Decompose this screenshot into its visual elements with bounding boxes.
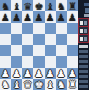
square-c7[interactable]: ♟ (11, 11, 22, 22)
sidebar-panel[interactable] (78, 18, 89, 43)
piece-white-bishop: ♝ (12, 80, 21, 90)
square-e1[interactable]: ♚ (33, 79, 44, 90)
panel-value-cell (84, 37, 87, 41)
piece-black-pawn: ♟ (35, 12, 44, 22)
square-g5[interactable] (56, 34, 67, 45)
piece-white-pawn: ♟ (57, 69, 66, 79)
square-g7[interactable]: ♟ (56, 11, 67, 22)
panel-value-cell (84, 21, 87, 25)
square-f7[interactable]: ♟ (45, 11, 56, 22)
piece-black-pawn: ♟ (23, 12, 32, 22)
square-b2[interactable]: ♟ (0, 68, 11, 79)
checkbox-icon[interactable] (80, 37, 83, 41)
square-d4[interactable] (22, 45, 33, 56)
square-h7[interactable]: ♟ (67, 11, 78, 22)
sidebar-panel-row[interactable] (79, 27, 88, 35)
square-h4[interactable] (67, 45, 78, 56)
square-f1[interactable]: ♝ (45, 79, 56, 90)
piece-white-knight: ♞ (1, 80, 10, 90)
app-sidebar (78, 0, 89, 90)
square-e8[interactable]: ♚ (33, 0, 44, 11)
checkbox-icon[interactable] (80, 29, 83, 33)
piece-white-pawn: ♟ (23, 69, 32, 79)
square-e5[interactable] (33, 34, 44, 45)
square-d2[interactable]: ♟ (22, 68, 33, 79)
piece-black-knight: ♞ (1, 1, 10, 11)
square-h1[interactable]: ♜ (67, 79, 78, 90)
piece-black-pawn: ♟ (57, 12, 66, 22)
square-f4[interactable] (45, 45, 56, 56)
sidebar-label-bar (84, 14, 89, 17)
sidebar-list[interactable] (79, 50, 88, 90)
piece-black-bishop: ♝ (46, 1, 55, 11)
piece-black-rook: ♜ (68, 1, 77, 11)
piece-white-pawn: ♟ (1, 69, 10, 79)
sidebar-list-item[interactable] (79, 60, 88, 63)
square-e4[interactable] (33, 45, 44, 56)
piece-black-pawn: ♟ (12, 12, 21, 22)
sidebar-panel-footer (79, 45, 88, 48)
sidebar-avatar-icon[interactable] (85, 8, 89, 13)
piece-white-pawn: ♟ (68, 69, 77, 79)
piece-white-pawn: ♟ (12, 69, 21, 79)
square-b7[interactable]: ♟ (0, 11, 11, 22)
square-d6[interactable] (22, 23, 33, 34)
square-b3[interactable] (0, 56, 11, 67)
square-e2[interactable]: ♟ (33, 68, 44, 79)
checkbox-icon[interactable] (80, 21, 83, 25)
piece-white-pawn: ♟ (46, 69, 55, 79)
square-g3[interactable] (56, 56, 67, 67)
square-g2[interactable]: ♟ (56, 68, 67, 79)
square-h6[interactable] (67, 23, 78, 34)
sidebar-panel-row[interactable] (79, 35, 88, 42)
square-h3[interactable] (67, 56, 78, 67)
piece-white-king: ♚ (35, 80, 44, 90)
square-d1[interactable]: ♛ (22, 79, 33, 90)
sidebar-list-item[interactable] (79, 70, 88, 73)
square-g8[interactable]: ♞ (56, 0, 67, 11)
square-f2[interactable]: ♟ (45, 68, 56, 79)
square-d5[interactable] (22, 34, 33, 45)
square-h8[interactable]: ♜ (67, 0, 78, 11)
piece-black-pawn: ♟ (1, 12, 10, 22)
piece-white-knight: ♞ (57, 80, 66, 90)
square-h2[interactable]: ♟ (67, 68, 78, 79)
square-f6[interactable] (45, 23, 56, 34)
square-c5[interactable] (11, 34, 22, 45)
square-b5[interactable] (0, 34, 11, 45)
piece-black-king: ♚ (35, 1, 44, 11)
sidebar-top-widget[interactable] (84, 3, 89, 6)
square-d8[interactable]: ♛ (22, 0, 33, 11)
square-g1[interactable]: ♞ (56, 79, 67, 90)
sidebar-list-item[interactable] (79, 65, 88, 68)
sidebar-list-item[interactable] (79, 80, 88, 83)
square-g4[interactable] (56, 45, 67, 56)
square-f5[interactable] (45, 34, 56, 45)
piece-black-pawn: ♟ (46, 12, 55, 22)
square-c6[interactable] (11, 23, 22, 34)
square-e6[interactable] (33, 23, 44, 34)
piece-white-bishop: ♝ (46, 80, 55, 90)
square-b1[interactable]: ♞ (0, 79, 11, 90)
piece-black-bishop: ♝ (12, 1, 21, 11)
square-c3[interactable] (11, 56, 22, 67)
piece-black-pawn: ♟ (68, 12, 77, 22)
piece-black-knight: ♞ (57, 1, 66, 11)
piece-white-queen: ♛ (23, 80, 32, 90)
square-e7[interactable]: ♟ (33, 11, 44, 22)
square-f3[interactable] (45, 56, 56, 67)
piece-white-pawn: ♟ (35, 69, 44, 79)
sidebar-list-item[interactable] (79, 50, 88, 53)
square-c2[interactable]: ♟ (11, 68, 22, 79)
square-b6[interactable] (0, 23, 11, 34)
square-c1[interactable]: ♝ (11, 79, 22, 90)
square-h5[interactable] (67, 34, 78, 45)
square-g6[interactable] (56, 23, 67, 34)
square-d7[interactable]: ♟ (22, 11, 33, 22)
sidebar-panel-row[interactable] (79, 19, 88, 27)
square-c4[interactable] (11, 45, 22, 56)
chess-board[interactable]: ♞♝♛♚♝♞♜♟♟♟♟♟♟♟♟♟♟♟♟♟♟♞♝♛♚♝♞♜ (0, 0, 78, 90)
square-e3[interactable] (33, 56, 44, 67)
square-b4[interactable] (0, 45, 11, 56)
square-f8[interactable]: ♝ (45, 0, 56, 11)
square-d3[interactable] (22, 56, 33, 67)
piece-black-queen: ♛ (23, 1, 32, 11)
square-c8[interactable]: ♝ (11, 0, 22, 11)
sidebar-list-item[interactable] (79, 85, 88, 88)
piece-white-rook: ♜ (68, 80, 77, 90)
sidebar-list-item[interactable] (79, 75, 88, 78)
panel-value-cell (84, 29, 87, 33)
sidebar-list-item[interactable] (79, 55, 88, 58)
square-b8[interactable]: ♞ (0, 0, 11, 11)
